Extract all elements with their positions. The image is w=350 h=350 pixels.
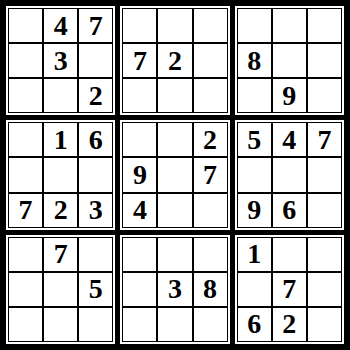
sudoku-cell-r5c4[interactable]: 9 xyxy=(122,157,157,192)
sudoku-cell-r3c3[interactable]: 2 xyxy=(78,78,113,113)
sudoku-box: 4732 xyxy=(6,6,115,115)
sudoku-cell-r5c3[interactable] xyxy=(78,157,113,192)
sudoku-cell-r6c5[interactable] xyxy=(157,193,192,228)
sudoku-cell-r7c1[interactable] xyxy=(8,237,43,272)
sudoku-cell-r4c4[interactable] xyxy=(122,122,157,157)
sudoku-cell-r2c3[interactable] xyxy=(78,43,113,78)
sudoku-cell-r1c4[interactable] xyxy=(122,8,157,43)
sudoku-box: 2974 xyxy=(120,120,229,229)
sudoku-cell-r8c8[interactable]: 7 xyxy=(272,272,307,307)
sudoku-cell-r2c7[interactable]: 8 xyxy=(237,43,272,78)
sudoku-cell-r2c5[interactable]: 2 xyxy=(157,43,192,78)
sudoku-cell-r5c9[interactable] xyxy=(307,157,342,192)
sudoku-cell-r4c1[interactable] xyxy=(8,122,43,157)
sudoku-cell-r1c9[interactable] xyxy=(307,8,342,43)
sudoku-cell-r2c6[interactable] xyxy=(193,43,228,78)
sudoku-cell-r2c1[interactable] xyxy=(8,43,43,78)
sudoku-cell-r4c2[interactable]: 1 xyxy=(43,122,78,157)
sudoku-cell-r8c1[interactable] xyxy=(8,272,43,307)
sudoku-cell-r9c6[interactable] xyxy=(193,307,228,342)
sudoku-cell-r6c4[interactable]: 4 xyxy=(122,193,157,228)
sudoku-cell-r3c1[interactable] xyxy=(8,78,43,113)
sudoku-cell-r7c4[interactable] xyxy=(122,237,157,272)
sudoku-cell-r9c3[interactable] xyxy=(78,307,113,342)
sudoku-cell-r4c3[interactable]: 6 xyxy=(78,122,113,157)
sudoku-cell-r1c5[interactable] xyxy=(157,8,192,43)
sudoku-cell-r7c5[interactable] xyxy=(157,237,192,272)
sudoku-cell-r7c7[interactable]: 1 xyxy=(237,237,272,272)
sudoku-cell-r9c7[interactable]: 6 xyxy=(237,307,272,342)
sudoku-cell-r5c8[interactable] xyxy=(272,157,307,192)
sudoku-cell-r1c7[interactable] xyxy=(237,8,272,43)
sudoku-cell-r6c3[interactable]: 3 xyxy=(78,193,113,228)
sudoku-cell-r5c1[interactable] xyxy=(8,157,43,192)
sudoku-cell-r6c6[interactable] xyxy=(193,193,228,228)
sudoku-cell-r3c8[interactable]: 9 xyxy=(272,78,307,113)
sudoku-box: 1762 xyxy=(235,235,344,344)
sudoku-cell-r6c9[interactable] xyxy=(307,193,342,228)
sudoku-cell-r2c8[interactable] xyxy=(272,43,307,78)
sudoku-cell-r8c4[interactable] xyxy=(122,272,157,307)
sudoku-cell-r3c4[interactable] xyxy=(122,78,157,113)
sudoku-cell-r9c8[interactable]: 2 xyxy=(272,307,307,342)
sudoku-cell-r5c7[interactable] xyxy=(237,157,272,192)
sudoku-cell-r6c2[interactable]: 2 xyxy=(43,193,78,228)
sudoku-cell-r2c2[interactable]: 3 xyxy=(43,43,78,78)
sudoku-cell-r8c7[interactable] xyxy=(237,272,272,307)
sudoku-box: 89 xyxy=(235,6,344,115)
sudoku-box: 54796 xyxy=(235,120,344,229)
sudoku-cell-r9c5[interactable] xyxy=(157,307,192,342)
sudoku-cell-r4c7[interactable]: 5 xyxy=(237,122,272,157)
sudoku-cell-r9c4[interactable] xyxy=(122,307,157,342)
sudoku-cell-r1c1[interactable] xyxy=(8,8,43,43)
sudoku-cell-r2c4[interactable]: 7 xyxy=(122,43,157,78)
sudoku-board: 473272891672329745479675381762 xyxy=(0,0,350,350)
sudoku-cell-r7c3[interactable] xyxy=(78,237,113,272)
sudoku-cell-r5c5[interactable] xyxy=(157,157,192,192)
sudoku-cell-r1c6[interactable] xyxy=(193,8,228,43)
sudoku-cell-r6c7[interactable]: 9 xyxy=(237,193,272,228)
sudoku-cell-r1c2[interactable]: 4 xyxy=(43,8,78,43)
sudoku-cell-r8c9[interactable] xyxy=(307,272,342,307)
sudoku-cell-r3c5[interactable] xyxy=(157,78,192,113)
sudoku-cell-r3c6[interactable] xyxy=(193,78,228,113)
sudoku-cell-r1c3[interactable]: 7 xyxy=(78,8,113,43)
sudoku-cell-r4c5[interactable] xyxy=(157,122,192,157)
sudoku-cell-r7c9[interactable] xyxy=(307,237,342,272)
sudoku-cell-r1c8[interactable] xyxy=(272,8,307,43)
sudoku-box: 38 xyxy=(120,235,229,344)
sudoku-cell-r6c1[interactable]: 7 xyxy=(8,193,43,228)
sudoku-cell-r7c2[interactable]: 7 xyxy=(43,237,78,272)
sudoku-box: 16723 xyxy=(6,120,115,229)
sudoku-cell-r8c5[interactable]: 3 xyxy=(157,272,192,307)
sudoku-cell-r7c8[interactable] xyxy=(272,237,307,272)
sudoku-cell-r8c3[interactable]: 5 xyxy=(78,272,113,307)
sudoku-cell-r9c2[interactable] xyxy=(43,307,78,342)
sudoku-cell-r7c6[interactable] xyxy=(193,237,228,272)
sudoku-cell-r8c6[interactable]: 8 xyxy=(193,272,228,307)
sudoku-box: 75 xyxy=(6,235,115,344)
sudoku-cell-r8c2[interactable] xyxy=(43,272,78,307)
sudoku-cell-r9c9[interactable] xyxy=(307,307,342,342)
sudoku-cell-r3c9[interactable] xyxy=(307,78,342,113)
sudoku-cell-r5c6[interactable]: 7 xyxy=(193,157,228,192)
sudoku-cell-r4c9[interactable]: 7 xyxy=(307,122,342,157)
sudoku-cell-r5c2[interactable] xyxy=(43,157,78,192)
sudoku-cell-r3c7[interactable] xyxy=(237,78,272,113)
sudoku-box: 72 xyxy=(120,6,229,115)
sudoku-cell-r9c1[interactable] xyxy=(8,307,43,342)
sudoku-cell-r2c9[interactable] xyxy=(307,43,342,78)
sudoku-cell-r4c8[interactable]: 4 xyxy=(272,122,307,157)
sudoku-cell-r6c8[interactable]: 6 xyxy=(272,193,307,228)
sudoku-cell-r3c2[interactable] xyxy=(43,78,78,113)
sudoku-cell-r4c6[interactable]: 2 xyxy=(193,122,228,157)
